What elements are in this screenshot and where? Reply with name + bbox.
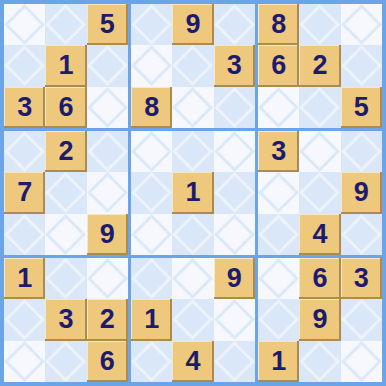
cell-r8c1[interactable] xyxy=(4,299,45,340)
given-digit: 2 xyxy=(100,306,115,333)
given-digit: 6 xyxy=(100,348,115,375)
cell-r4c2: 2 xyxy=(45,131,86,172)
given-digit: 3 xyxy=(227,52,242,79)
cell-r6c1[interactable] xyxy=(4,214,45,255)
given-digit: 6 xyxy=(271,52,286,79)
given-digit: 4 xyxy=(185,348,200,375)
cell-r3c1: 3 xyxy=(4,87,45,128)
box-3-3: 6391 xyxy=(258,258,382,382)
given-digit: 6 xyxy=(312,265,327,292)
box-2-3: 394 xyxy=(258,131,382,255)
given-digit: 2 xyxy=(58,138,73,165)
cell-r2c4[interactable] xyxy=(131,45,172,86)
cell-r4c4[interactable] xyxy=(131,131,172,172)
given-digit: 3 xyxy=(354,265,369,292)
cell-r3c8[interactable] xyxy=(299,87,340,128)
cell-r7c1: 1 xyxy=(4,258,45,299)
cell-r4c5[interactable] xyxy=(172,131,213,172)
cell-r7c2[interactable] xyxy=(45,258,86,299)
cell-r4c3[interactable] xyxy=(87,131,128,172)
box-2-2: 1 xyxy=(131,131,255,255)
cell-r8c2: 3 xyxy=(45,299,86,340)
given-digit: 8 xyxy=(271,11,286,38)
cell-r1c6[interactable] xyxy=(214,4,255,45)
cell-r1c8[interactable] xyxy=(299,4,340,45)
cell-r6c7[interactable] xyxy=(258,214,299,255)
cell-r9c9[interactable] xyxy=(341,341,382,382)
cell-r5c7[interactable] xyxy=(258,172,299,213)
cell-r6c9[interactable] xyxy=(341,214,382,255)
given-digit: 5 xyxy=(100,11,115,38)
cell-r9c5: 4 xyxy=(172,341,213,382)
cell-r9c3: 6 xyxy=(87,341,128,382)
box-3-1: 1326 xyxy=(4,258,128,382)
cell-r4c9[interactable] xyxy=(341,131,382,172)
cell-r6c8: 4 xyxy=(299,214,340,255)
given-digit: 3 xyxy=(271,138,286,165)
cell-r3c5[interactable] xyxy=(172,87,213,128)
cell-r9c1[interactable] xyxy=(4,341,45,382)
box-1-2: 938 xyxy=(131,4,255,128)
cell-r9c6[interactable] xyxy=(214,341,255,382)
cell-r9c7: 1 xyxy=(258,341,299,382)
cell-r7c5[interactable] xyxy=(172,258,213,299)
cell-r7c7[interactable] xyxy=(258,258,299,299)
cell-r8c3: 2 xyxy=(87,299,128,340)
given-digit: 2 xyxy=(312,52,327,79)
cell-r7c9: 3 xyxy=(341,258,382,299)
cell-r6c3: 9 xyxy=(87,214,128,255)
given-digit: 6 xyxy=(58,94,73,121)
cell-r1c7: 8 xyxy=(258,4,299,45)
cell-r5c1: 7 xyxy=(4,172,45,213)
cell-r8c7[interactable] xyxy=(258,299,299,340)
cell-r5c3[interactable] xyxy=(87,172,128,213)
cell-r2c3[interactable] xyxy=(87,45,128,86)
box-1-3: 8625 xyxy=(258,4,382,128)
cell-r6c4[interactable] xyxy=(131,214,172,255)
cell-r2c6: 3 xyxy=(214,45,255,86)
cell-r3c7[interactable] xyxy=(258,87,299,128)
cell-r7c6: 9 xyxy=(214,258,255,299)
given-digit: 9 xyxy=(100,221,115,248)
cell-r2c2: 1 xyxy=(45,45,86,86)
given-digit: 9 xyxy=(185,11,200,38)
given-digit: 9 xyxy=(354,179,369,206)
cell-r1c3: 5 xyxy=(87,4,128,45)
cell-r2c1[interactable] xyxy=(4,45,45,86)
cell-r2c9[interactable] xyxy=(341,45,382,86)
given-digit: 3 xyxy=(58,306,73,333)
cell-r7c4[interactable] xyxy=(131,258,172,299)
cell-r1c4[interactable] xyxy=(131,4,172,45)
given-digit: 1 xyxy=(144,306,159,333)
cell-r4c8[interactable] xyxy=(299,131,340,172)
cell-r8c4: 1 xyxy=(131,299,172,340)
sudoku-board: 51369388625279139413269146391 xyxy=(0,0,386,386)
cell-r3c4: 8 xyxy=(131,87,172,128)
given-digit: 4 xyxy=(312,221,327,248)
cell-r7c3[interactable] xyxy=(87,258,128,299)
cell-r5c5: 1 xyxy=(172,172,213,213)
cell-r9c4[interactable] xyxy=(131,341,172,382)
cell-r6c2[interactable] xyxy=(45,214,86,255)
given-digit: 1 xyxy=(185,179,200,206)
box-1-1: 5136 xyxy=(4,4,128,128)
cell-r8c9[interactable] xyxy=(341,299,382,340)
cell-r8c5[interactable] xyxy=(172,299,213,340)
cell-r5c8[interactable] xyxy=(299,172,340,213)
given-digit: 8 xyxy=(144,94,159,121)
cell-r2c7: 6 xyxy=(258,45,299,86)
cell-r8c8: 9 xyxy=(299,299,340,340)
cell-r9c8[interactable] xyxy=(299,341,340,382)
cell-r7c8: 6 xyxy=(299,258,340,299)
given-digit: 1 xyxy=(17,265,32,292)
cell-r5c2[interactable] xyxy=(45,172,86,213)
cell-r8c6[interactable] xyxy=(214,299,255,340)
cell-r4c1[interactable] xyxy=(4,131,45,172)
given-digit: 9 xyxy=(312,306,327,333)
cell-r4c7: 3 xyxy=(258,131,299,172)
cell-r2c5[interactable] xyxy=(172,45,213,86)
cell-r5c6[interactable] xyxy=(214,172,255,213)
cell-r3c3[interactable] xyxy=(87,87,128,128)
cell-r1c9[interactable] xyxy=(341,4,382,45)
cell-r3c9: 5 xyxy=(341,87,382,128)
cell-r5c4[interactable] xyxy=(131,172,172,213)
box-3-2: 914 xyxy=(131,258,255,382)
cell-r5c9: 9 xyxy=(341,172,382,213)
box-2-1: 279 xyxy=(4,131,128,255)
cell-r6c5[interactable] xyxy=(172,214,213,255)
cell-r1c5: 9 xyxy=(172,4,213,45)
cell-r9c2[interactable] xyxy=(45,341,86,382)
given-digit: 5 xyxy=(354,94,369,121)
cell-r4c6[interactable] xyxy=(214,131,255,172)
given-digit: 1 xyxy=(271,348,286,375)
cell-r3c6[interactable] xyxy=(214,87,255,128)
cell-r1c1[interactable] xyxy=(4,4,45,45)
cell-r3c2: 6 xyxy=(45,87,86,128)
given-digit: 7 xyxy=(17,179,32,206)
cell-r1c2[interactable] xyxy=(45,4,86,45)
given-digit: 3 xyxy=(17,94,32,121)
given-digit: 1 xyxy=(58,52,73,79)
cell-r6c6[interactable] xyxy=(214,214,255,255)
given-digit: 9 xyxy=(227,265,242,292)
cell-r2c8: 2 xyxy=(299,45,340,86)
